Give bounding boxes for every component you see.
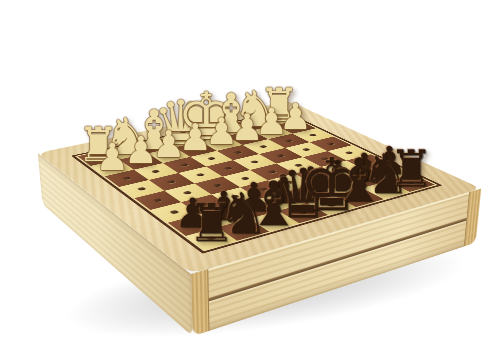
peg-hole (406, 181, 416, 185)
square-d6 (240, 180, 287, 198)
peg-hole (200, 202, 211, 206)
peg-hole (326, 142, 335, 145)
peg-hole (308, 134, 317, 137)
square-e6 (268, 174, 314, 192)
peg-hole (364, 161, 374, 165)
peg-hole (380, 188, 391, 192)
square-d7 (259, 191, 307, 210)
peg-hole (297, 211, 308, 215)
square-a6 (151, 202, 199, 222)
peg-hole (291, 125, 300, 128)
peg-hole (153, 198, 163, 202)
peg-hole (251, 122, 260, 125)
square-h8 (387, 174, 434, 192)
peg-hole (242, 136, 251, 139)
peg-hole (223, 166, 233, 170)
front-endcap-right (464, 188, 482, 246)
peg-hole (122, 150, 131, 153)
square-b7 (199, 206, 248, 227)
square-c7 (229, 199, 278, 219)
peg-hole (237, 227, 248, 232)
peg-hole (212, 184, 222, 188)
scene (0, 0, 500, 342)
peg-hole (230, 195, 240, 199)
peg-hole (384, 170, 394, 174)
square-g7 (341, 171, 388, 188)
peg-hole (217, 142, 226, 145)
square-c5 (194, 177, 240, 195)
peg-hole (259, 145, 268, 148)
peg-hole (122, 176, 132, 180)
peg-hole (326, 203, 337, 207)
product-photo: ♜♞♝♛♚♝♞♜♟♟♟♟♟♟♟♟♟♟♟♟♟♟♟♟♜♞♝♛♚♝♞♜ (0, 0, 500, 342)
peg-hole (164, 153, 173, 156)
peg-hole (137, 187, 147, 191)
peg-hole (218, 214, 229, 219)
front-endcap-left (191, 269, 209, 337)
peg-hole (233, 151, 242, 154)
peg-hole (359, 177, 369, 181)
peg-hole (319, 157, 329, 160)
square-c6 (211, 187, 258, 206)
peg-hole (183, 191, 193, 195)
peg-hole (301, 148, 310, 151)
peg-hole (166, 180, 176, 184)
peg-hole (207, 157, 216, 160)
peg-hole (344, 151, 354, 154)
square-b5 (165, 184, 212, 203)
peg-hole (195, 173, 205, 177)
peg-hole (286, 180, 296, 184)
peg-hole (191, 147, 200, 150)
square-a5 (134, 191, 181, 210)
peg-hole (267, 170, 277, 174)
peg-hole (268, 219, 279, 224)
square-b8 (218, 219, 269, 241)
peg-hole (107, 166, 116, 170)
peg-hole (267, 131, 276, 134)
square-f8 (335, 188, 384, 207)
square-b6 (181, 195, 229, 215)
peg-hole (248, 206, 259, 210)
peg-hole (206, 236, 217, 241)
peg-hole (258, 187, 268, 191)
peg-hole (136, 160, 145, 164)
square-c8 (248, 211, 298, 232)
peg-hole (149, 144, 158, 147)
peg-hole (240, 177, 250, 181)
square-g8 (361, 181, 409, 199)
peg-hole (169, 210, 180, 214)
peg-hole (354, 195, 365, 199)
square-e8 (307, 195, 356, 215)
peg-hole (277, 199, 288, 203)
peg-hole (275, 117, 284, 120)
peg-hole (202, 133, 211, 136)
square-b4 (149, 173, 194, 191)
peg-hole (333, 184, 343, 188)
peg-hole (305, 191, 315, 195)
peg-hole (187, 222, 198, 227)
peg-hole (313, 174, 323, 178)
square-a7 (168, 214, 218, 235)
square-d8 (278, 203, 328, 223)
peg-hole (276, 154, 286, 157)
peg-hole (179, 163, 189, 167)
peg-hole (250, 160, 260, 164)
peg-hole (151, 169, 161, 173)
square-f7 (314, 177, 361, 195)
peg-hole (227, 128, 236, 131)
square-e7 (287, 184, 335, 203)
square-d5 (223, 170, 268, 187)
peg-hole (94, 156, 103, 159)
square-a8 (186, 227, 238, 250)
peg-hole (339, 167, 349, 171)
square-a4 (119, 180, 165, 198)
square-a3 (105, 169, 149, 186)
chess-box (38, 101, 481, 274)
peg-hole (294, 163, 304, 167)
peg-hole (176, 139, 185, 142)
peg-hole (284, 139, 293, 142)
